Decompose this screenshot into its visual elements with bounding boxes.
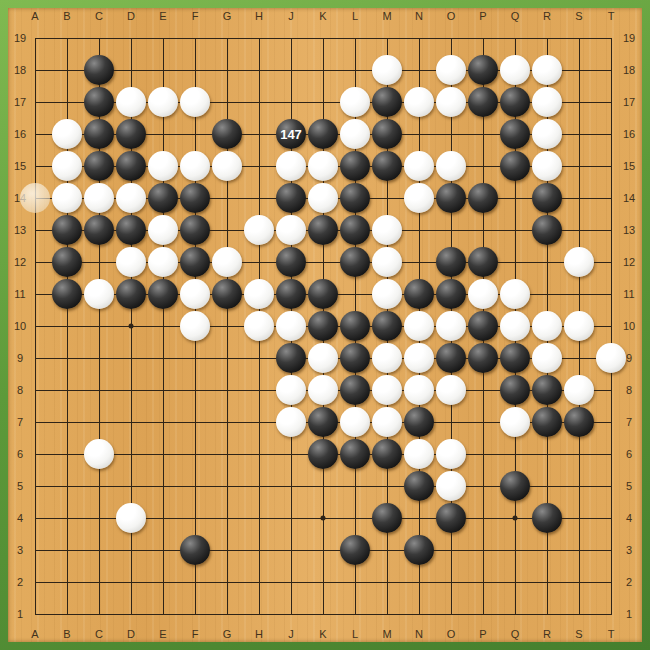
last-move-number: 147 xyxy=(280,128,302,141)
white-stone[interactable] xyxy=(372,55,402,85)
column-label-bottom: H xyxy=(255,629,263,640)
white-stone[interactable] xyxy=(532,119,562,149)
row-label-right: 10 xyxy=(623,321,635,332)
row-label-left: 4 xyxy=(17,513,23,524)
row-label-right: 17 xyxy=(623,97,635,108)
white-stone[interactable] xyxy=(308,375,338,405)
white-stone[interactable] xyxy=(436,55,466,85)
white-stone[interactable] xyxy=(116,247,146,277)
column-label-top: C xyxy=(95,11,103,22)
black-stone[interactable] xyxy=(532,215,562,245)
column-label-top: H xyxy=(255,11,263,22)
white-stone[interactable] xyxy=(244,215,274,245)
white-stone[interactable] xyxy=(532,151,562,181)
black-stone[interactable] xyxy=(468,183,498,213)
white-stone[interactable] xyxy=(436,439,466,469)
column-label-top: E xyxy=(159,11,166,22)
white-stone[interactable] xyxy=(532,55,562,85)
row-label-left: 12 xyxy=(14,257,26,268)
black-stone[interactable] xyxy=(308,279,338,309)
black-stone[interactable] xyxy=(532,503,562,533)
row-label-left: 19 xyxy=(14,33,26,44)
white-stone[interactable] xyxy=(52,151,82,181)
white-stone[interactable] xyxy=(148,87,178,117)
white-stone[interactable] xyxy=(212,151,242,181)
white-stone[interactable] xyxy=(308,151,338,181)
column-label-bottom: A xyxy=(31,629,38,640)
row-label-right: 5 xyxy=(626,481,632,492)
star-point xyxy=(513,516,518,521)
column-label-bottom: M xyxy=(382,629,391,640)
black-stone[interactable] xyxy=(372,87,402,117)
white-stone[interactable] xyxy=(276,311,306,341)
black-stone[interactable] xyxy=(340,215,370,245)
white-stone[interactable] xyxy=(148,215,178,245)
row-label-left: 11 xyxy=(14,289,25,300)
row-label-right: 8 xyxy=(626,385,632,396)
white-stone[interactable] xyxy=(500,407,530,437)
black-stone[interactable] xyxy=(436,279,466,309)
white-stone[interactable] xyxy=(500,279,530,309)
row-label-right: 9 xyxy=(626,353,632,364)
white-stone[interactable] xyxy=(532,343,562,373)
row-label-left: 10 xyxy=(14,321,26,332)
row-label-right: 15 xyxy=(623,161,635,172)
white-stone[interactable] xyxy=(372,343,402,373)
black-stone[interactable] xyxy=(436,183,466,213)
black-stone[interactable] xyxy=(468,311,498,341)
black-stone[interactable] xyxy=(276,343,306,373)
row-label-left: 18 xyxy=(14,65,26,76)
black-stone[interactable] xyxy=(148,183,178,213)
black-stone[interactable] xyxy=(340,343,370,373)
black-stone[interactable] xyxy=(276,247,306,277)
row-label-right: 18 xyxy=(623,65,635,76)
row-label-right: 7 xyxy=(626,417,632,428)
row-label-left: 2 xyxy=(17,577,23,588)
black-stone[interactable] xyxy=(340,151,370,181)
row-label-right: 1 xyxy=(626,609,632,620)
black-stone[interactable] xyxy=(276,279,306,309)
white-stone[interactable] xyxy=(564,375,594,405)
black-stone[interactable] xyxy=(212,119,242,149)
white-stone[interactable] xyxy=(372,279,402,309)
column-label-bottom: L xyxy=(352,629,358,640)
black-stone[interactable] xyxy=(532,375,562,405)
white-stone[interactable] xyxy=(116,183,146,213)
white-stone[interactable] xyxy=(148,151,178,181)
white-stone[interactable] xyxy=(180,151,210,181)
column-label-bottom: R xyxy=(543,629,551,640)
white-stone[interactable] xyxy=(84,439,114,469)
white-stone[interactable] xyxy=(244,279,274,309)
grid-line-horizontal xyxy=(35,550,612,551)
white-stone[interactable] xyxy=(340,407,370,437)
board-frame: AA1919BB1818CC1717DD1616EE1515FF1414GG13… xyxy=(0,0,650,650)
black-stone[interactable] xyxy=(180,215,210,245)
column-label-top: M xyxy=(382,11,391,22)
black-stone[interactable] xyxy=(468,343,498,373)
black-stone[interactable] xyxy=(500,87,530,117)
black-stone[interactable] xyxy=(372,439,402,469)
white-stone[interactable] xyxy=(340,119,370,149)
column-label-top: P xyxy=(479,11,486,22)
black-stone[interactable] xyxy=(308,407,338,437)
white-stone[interactable] xyxy=(372,215,402,245)
ghost-white-stone[interactable] xyxy=(20,183,50,213)
row-label-right: 4 xyxy=(626,513,632,524)
column-label-bottom: K xyxy=(319,629,326,640)
black-stone[interactable] xyxy=(84,151,114,181)
white-stone[interactable] xyxy=(116,87,146,117)
black-stone[interactable] xyxy=(436,247,466,277)
white-stone[interactable] xyxy=(404,151,434,181)
white-stone[interactable] xyxy=(564,311,594,341)
column-label-top: R xyxy=(543,11,551,22)
white-stone[interactable] xyxy=(404,311,434,341)
column-label-top: G xyxy=(223,11,232,22)
black-stone[interactable] xyxy=(340,375,370,405)
row-label-left: 16 xyxy=(14,129,26,140)
column-label-top: F xyxy=(192,11,199,22)
black-stone[interactable] xyxy=(500,119,530,149)
black-stone[interactable] xyxy=(404,279,434,309)
white-stone[interactable] xyxy=(436,471,466,501)
goban[interactable]: AA1919BB1818CC1717DD1616EE1515FF1414GG13… xyxy=(8,8,642,642)
white-stone[interactable] xyxy=(564,247,594,277)
column-label-top: T xyxy=(608,11,615,22)
black-stone[interactable] xyxy=(468,247,498,277)
black-stone[interactable] xyxy=(52,279,82,309)
row-label-left: 9 xyxy=(17,353,23,364)
row-label-right: 13 xyxy=(623,225,635,236)
column-label-bottom: J xyxy=(288,629,294,640)
column-label-top: A xyxy=(31,11,38,22)
white-stone[interactable] xyxy=(532,311,562,341)
black-stone[interactable] xyxy=(340,439,370,469)
black-stone[interactable] xyxy=(372,151,402,181)
black-stone[interactable] xyxy=(52,247,82,277)
black-stone[interactable] xyxy=(340,247,370,277)
black-stone[interactable] xyxy=(180,183,210,213)
white-stone[interactable] xyxy=(500,55,530,85)
black-stone[interactable] xyxy=(532,407,562,437)
column-label-bottom: B xyxy=(63,629,70,640)
white-stone[interactable] xyxy=(84,279,114,309)
column-label-top: K xyxy=(319,11,326,22)
white-stone[interactable] xyxy=(404,375,434,405)
column-label-top: O xyxy=(447,11,456,22)
grid-line-horizontal xyxy=(35,582,612,583)
row-label-right: 11 xyxy=(623,289,634,300)
row-label-left: 5 xyxy=(17,481,23,492)
white-stone[interactable] xyxy=(212,247,242,277)
black-stone[interactable] xyxy=(116,151,146,181)
white-stone[interactable] xyxy=(276,215,306,245)
column-label-bottom: F xyxy=(192,629,199,640)
column-label-bottom: P xyxy=(479,629,486,640)
column-label-top: J xyxy=(288,11,294,22)
white-stone[interactable] xyxy=(436,151,466,181)
white-stone[interactable] xyxy=(244,311,274,341)
white-stone[interactable] xyxy=(436,87,466,117)
row-label-left: 8 xyxy=(17,385,23,396)
black-stone[interactable] xyxy=(532,183,562,213)
column-label-top: N xyxy=(415,11,423,22)
black-stone[interactable] xyxy=(340,311,370,341)
white-stone[interactable] xyxy=(84,183,114,213)
black-stone[interactable] xyxy=(500,151,530,181)
white-stone[interactable] xyxy=(180,279,210,309)
black-stone[interactable] xyxy=(84,215,114,245)
row-label-right: 6 xyxy=(626,449,632,460)
black-stone[interactable] xyxy=(276,183,306,213)
white-stone[interactable] xyxy=(116,503,146,533)
black-stone[interactable] xyxy=(500,375,530,405)
row-label-left: 17 xyxy=(14,97,26,108)
white-stone[interactable] xyxy=(276,375,306,405)
black-stone[interactable] xyxy=(500,471,530,501)
white-stone[interactable] xyxy=(276,151,306,181)
black-stone[interactable] xyxy=(84,119,114,149)
white-stone[interactable] xyxy=(404,87,434,117)
white-stone[interactable] xyxy=(180,87,210,117)
black-stone[interactable] xyxy=(564,407,594,437)
black-stone[interactable] xyxy=(116,215,146,245)
black-stone[interactable] xyxy=(372,119,402,149)
white-stone[interactable] xyxy=(308,343,338,373)
white-stone[interactable] xyxy=(52,183,82,213)
white-stone[interactable] xyxy=(404,439,434,469)
black-stone[interactable] xyxy=(404,535,434,565)
black-stone[interactable] xyxy=(116,279,146,309)
black-stone[interactable] xyxy=(372,503,402,533)
black-stone[interactable] xyxy=(148,279,178,309)
white-stone[interactable] xyxy=(372,247,402,277)
column-label-bottom: N xyxy=(415,629,423,640)
black-stone[interactable] xyxy=(308,215,338,245)
column-label-top: D xyxy=(127,11,135,22)
white-stone[interactable] xyxy=(500,311,530,341)
row-label-right: 2 xyxy=(626,577,632,588)
row-label-left: 15 xyxy=(14,161,26,172)
row-label-right: 3 xyxy=(626,545,632,556)
black-stone[interactable] xyxy=(180,535,210,565)
black-stone[interactable] xyxy=(468,55,498,85)
white-stone[interactable] xyxy=(532,87,562,117)
column-label-top: L xyxy=(352,11,358,22)
white-stone[interactable] xyxy=(372,375,402,405)
row-label-left: 1 xyxy=(17,609,23,620)
white-stone[interactable] xyxy=(52,119,82,149)
row-label-left: 6 xyxy=(17,449,23,460)
row-label-left: 7 xyxy=(17,417,23,428)
black-stone[interactable] xyxy=(84,55,114,85)
white-stone[interactable] xyxy=(436,375,466,405)
star-point xyxy=(129,324,134,329)
black-stone[interactable] xyxy=(116,119,146,149)
grid-line-vertical xyxy=(611,38,612,615)
white-stone[interactable] xyxy=(180,311,210,341)
column-label-top: Q xyxy=(511,11,520,22)
black-stone[interactable] xyxy=(500,343,530,373)
white-stone[interactable] xyxy=(340,87,370,117)
column-label-bottom: E xyxy=(159,629,166,640)
white-stone[interactable] xyxy=(436,311,466,341)
white-stone[interactable] xyxy=(372,407,402,437)
black-stone[interactable] xyxy=(308,439,338,469)
row-label-right: 14 xyxy=(623,193,635,204)
white-stone[interactable] xyxy=(404,343,434,373)
black-stone[interactable] xyxy=(436,343,466,373)
black-stone[interactable] xyxy=(340,183,370,213)
black-stone[interactable] xyxy=(84,87,114,117)
column-label-top: B xyxy=(63,11,70,22)
black-stone[interactable] xyxy=(308,119,338,149)
column-label-bottom: Q xyxy=(511,629,520,640)
grid-line-horizontal xyxy=(35,614,612,615)
column-label-bottom: C xyxy=(95,629,103,640)
row-label-left: 13 xyxy=(14,225,26,236)
white-stone[interactable] xyxy=(468,279,498,309)
column-label-top: S xyxy=(575,11,582,22)
white-stone[interactable] xyxy=(596,343,626,373)
black-stone[interactable] xyxy=(212,279,242,309)
black-stone[interactable] xyxy=(436,503,466,533)
row-label-right: 12 xyxy=(623,257,635,268)
row-label-left: 3 xyxy=(17,545,23,556)
black-stone[interactable] xyxy=(340,535,370,565)
black-stone[interactable] xyxy=(308,311,338,341)
column-label-bottom: G xyxy=(223,629,232,640)
black-stone[interactable] xyxy=(404,407,434,437)
star-point xyxy=(321,516,326,521)
row-label-right: 16 xyxy=(623,129,635,140)
white-stone[interactable] xyxy=(148,247,178,277)
column-label-bottom: D xyxy=(127,629,135,640)
black-stone[interactable] xyxy=(372,311,402,341)
black-stone[interactable] xyxy=(180,247,210,277)
white-stone[interactable] xyxy=(308,183,338,213)
black-stone[interactable] xyxy=(468,87,498,117)
row-label-right: 19 xyxy=(623,33,635,44)
white-stone[interactable] xyxy=(404,183,434,213)
black-stone[interactable] xyxy=(52,215,82,245)
column-label-bottom: T xyxy=(608,629,615,640)
white-stone[interactable] xyxy=(276,407,306,437)
black-stone[interactable] xyxy=(404,471,434,501)
column-label-bottom: S xyxy=(575,629,582,640)
column-label-bottom: O xyxy=(447,629,456,640)
